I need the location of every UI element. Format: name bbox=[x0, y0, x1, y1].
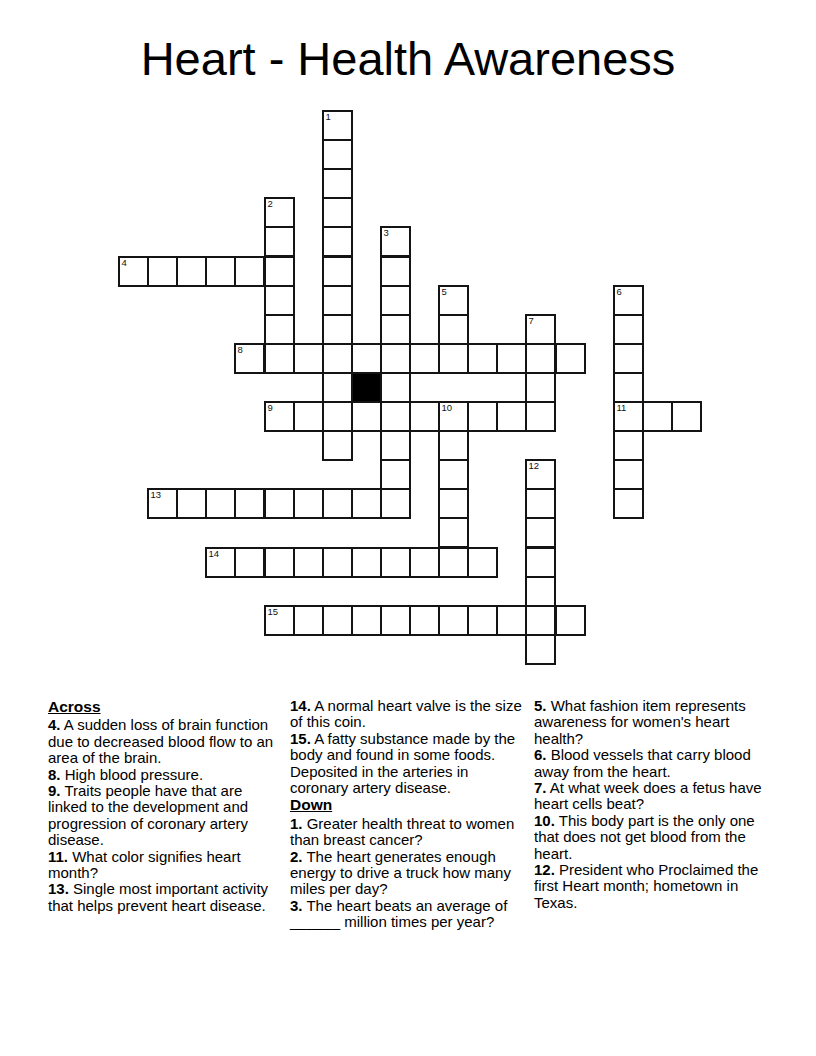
cell-number-11: 11 bbox=[617, 403, 627, 413]
clue-7-down: 7. At what week does a fetus have heart … bbox=[534, 780, 774, 813]
clue-number: 3. bbox=[290, 897, 303, 914]
clue-number: 13. bbox=[48, 880, 69, 897]
grid-cell[interactable] bbox=[322, 343, 353, 374]
grid-cell[interactable] bbox=[234, 547, 265, 578]
grid-cell[interactable] bbox=[380, 314, 411, 345]
cell-number-9: 9 bbox=[268, 403, 273, 413]
clue-text: This body part is the only one that does… bbox=[534, 812, 755, 862]
crossword-worksheet: Heart - Health Awareness 123456789101112… bbox=[0, 0, 816, 1056]
cell-number-6: 6 bbox=[617, 287, 622, 297]
grid-cell[interactable] bbox=[205, 488, 236, 519]
grid-cell[interactable] bbox=[438, 488, 469, 519]
clue-text: At what week does a fetus have heart cel… bbox=[534, 779, 762, 812]
grid-cell[interactable] bbox=[467, 401, 498, 432]
grid-cell[interactable] bbox=[380, 488, 411, 519]
cell-number-5: 5 bbox=[442, 287, 447, 297]
grid-cell[interactable] bbox=[380, 372, 411, 403]
cell-number-10: 10 bbox=[442, 403, 453, 413]
clue-9-across: 9. Traits people have that are linked to… bbox=[48, 783, 284, 849]
clue-number: 11. bbox=[48, 848, 68, 865]
clue-1-down: 1. Greater health threat to women than b… bbox=[290, 816, 524, 849]
grid-cell[interactable] bbox=[642, 401, 673, 432]
grid-cell[interactable] bbox=[380, 256, 411, 287]
clue-6-down: 6. Blood vessels that carry blood away f… bbox=[534, 747, 774, 780]
grid-cell[interactable] bbox=[525, 634, 556, 665]
clue-column-3: 5. What fashion item represents awarenes… bbox=[534, 698, 774, 911]
grid-cell[interactable] bbox=[322, 488, 353, 519]
cell-number-14: 14 bbox=[209, 549, 220, 559]
grid-cell[interactable] bbox=[525, 547, 556, 578]
grid-cell[interactable] bbox=[322, 256, 353, 287]
grid-cell[interactable] bbox=[380, 401, 411, 432]
cell-number-2: 2 bbox=[268, 199, 273, 209]
grid-cell[interactable] bbox=[438, 430, 469, 461]
grid-cell[interactable] bbox=[322, 547, 353, 578]
clue-number: 14. bbox=[290, 697, 311, 714]
grid-cell[interactable] bbox=[234, 256, 265, 287]
clue-column-1: Across4. A sudden loss of brain function… bbox=[48, 698, 284, 914]
grid-cell[interactable] bbox=[264, 488, 295, 519]
grid-cell[interactable] bbox=[613, 430, 644, 461]
grid-cell[interactable] bbox=[264, 314, 295, 345]
grid-cell[interactable] bbox=[380, 343, 411, 374]
grid-cell[interactable]: 6 bbox=[613, 285, 644, 316]
grid-cell[interactable] bbox=[555, 343, 586, 374]
clue-number: 1. bbox=[290, 815, 303, 832]
puzzle-title: Heart - Health Awareness bbox=[0, 34, 816, 83]
clue-8-across: 8. High blood pressure. bbox=[48, 767, 284, 783]
grid-cell[interactable] bbox=[525, 488, 556, 519]
grid-cell[interactable] bbox=[147, 256, 178, 287]
grid-cell[interactable] bbox=[613, 343, 644, 374]
cell-number-4: 4 bbox=[122, 258, 127, 268]
cell-number-8: 8 bbox=[238, 345, 243, 355]
clue-3-down: 3. The heart beats an average of ______ … bbox=[290, 898, 524, 931]
grid-cell[interactable] bbox=[613, 314, 644, 345]
grid-cell[interactable]: 7 bbox=[525, 314, 556, 345]
grid-cell[interactable] bbox=[176, 256, 207, 287]
clue-number: 9. bbox=[48, 782, 61, 799]
clue-text: Blood vessels that carry blood away from… bbox=[534, 746, 751, 779]
across-header: Across bbox=[48, 699, 284, 715]
grid-cell[interactable] bbox=[467, 343, 498, 374]
cell-number-3: 3 bbox=[384, 228, 389, 238]
grid-cell[interactable] bbox=[176, 488, 207, 519]
down-header-label: Down bbox=[290, 796, 332, 813]
grid-cell[interactable] bbox=[322, 197, 353, 228]
clue-2-down: 2. The heart generates enough energy to … bbox=[290, 849, 524, 898]
grid-cell[interactable] bbox=[264, 226, 295, 257]
grid-cell[interactable] bbox=[351, 343, 382, 374]
grid-cell[interactable] bbox=[293, 547, 324, 578]
clue-text: A fatty substance made by the body and f… bbox=[290, 730, 515, 796]
grid-cell[interactable] bbox=[380, 605, 411, 636]
grid-cell[interactable] bbox=[351, 488, 382, 519]
clue-12-down: 12. President who Proclaimed the first H… bbox=[534, 862, 774, 911]
grid-cell[interactable]: 3 bbox=[380, 226, 411, 257]
blocked-cell bbox=[351, 372, 382, 403]
grid-cell[interactable] bbox=[380, 285, 411, 316]
grid-cell[interactable] bbox=[351, 547, 382, 578]
grid-cell[interactable]: 12 bbox=[525, 459, 556, 490]
clue-number: 7. bbox=[534, 779, 547, 796]
grid-cell[interactable] bbox=[322, 372, 353, 403]
grid-cell[interactable] bbox=[380, 430, 411, 461]
grid-cell[interactable] bbox=[322, 168, 353, 199]
grid-cell[interactable] bbox=[438, 605, 469, 636]
cell-number-7: 7 bbox=[529, 316, 534, 326]
grid-cell[interactable] bbox=[496, 343, 527, 374]
grid-cell[interactable] bbox=[293, 488, 324, 519]
grid-cell[interactable] bbox=[613, 459, 644, 490]
clue-text: Single most important activity that help… bbox=[48, 880, 268, 913]
clue-text: Greater health threat to women than brea… bbox=[290, 815, 514, 848]
grid-cell[interactable] bbox=[613, 372, 644, 403]
clue-number: 8. bbox=[48, 766, 61, 783]
clue-11-across: 11. What color signifies heart month? bbox=[48, 849, 284, 882]
grid-cell[interactable]: 15 bbox=[264, 605, 295, 636]
grid-cell[interactable] bbox=[380, 459, 411, 490]
grid-cell[interactable] bbox=[205, 256, 236, 287]
grid-cell[interactable] bbox=[438, 517, 469, 548]
grid-cell[interactable] bbox=[525, 576, 556, 607]
grid-cell[interactable] bbox=[380, 547, 411, 578]
grid-cell[interactable]: 1 bbox=[322, 110, 353, 141]
grid-cell[interactable] bbox=[322, 226, 353, 257]
grid-cell[interactable] bbox=[293, 401, 324, 432]
grid-cell[interactable] bbox=[438, 547, 469, 578]
grid-cell[interactable] bbox=[293, 605, 324, 636]
grid-cell[interactable] bbox=[438, 343, 469, 374]
clue-text: A sudden loss of brain function due to d… bbox=[48, 716, 273, 766]
grid-cell[interactable] bbox=[525, 401, 556, 432]
grid-cell[interactable] bbox=[234, 488, 265, 519]
clue-15-across: 15. A fatty substance made by the body a… bbox=[290, 731, 524, 797]
clue-text: What color signifies heart month? bbox=[48, 848, 241, 881]
grid-cell[interactable] bbox=[525, 517, 556, 548]
grid-cell[interactable]: 14 bbox=[205, 547, 236, 578]
grid-cell[interactable] bbox=[322, 605, 353, 636]
grid-cell[interactable] bbox=[264, 256, 295, 287]
grid-cell[interactable] bbox=[409, 605, 440, 636]
clue-number: 6. bbox=[534, 746, 547, 763]
clue-14-across: 14. A normal heart valve is the size of … bbox=[290, 698, 524, 731]
grid-cell[interactable] bbox=[467, 547, 498, 578]
clue-text: High blood pressure. bbox=[61, 766, 204, 783]
grid-cell[interactable] bbox=[496, 401, 527, 432]
clue-number: 12. bbox=[534, 861, 555, 878]
clue-text: A normal heart valve is the size of this… bbox=[290, 697, 522, 730]
grid-cell[interactable] bbox=[467, 605, 498, 636]
grid-cell[interactable]: 13 bbox=[147, 488, 178, 519]
grid-cell[interactable] bbox=[438, 459, 469, 490]
clue-number: 4. bbox=[48, 716, 61, 733]
grid-cell[interactable]: 4 bbox=[118, 256, 149, 287]
grid-cell[interactable] bbox=[322, 430, 353, 461]
grid-cell[interactable] bbox=[525, 343, 556, 374]
grid-cell[interactable] bbox=[409, 547, 440, 578]
grid-cell[interactable]: 9 bbox=[264, 401, 295, 432]
clue-number: 15. bbox=[290, 730, 311, 747]
clue-text: What fashion item represents awareness f… bbox=[534, 697, 746, 747]
grid-cell[interactable] bbox=[351, 605, 382, 636]
across-header-label: Across bbox=[48, 698, 101, 715]
clue-text: Traits people have that are linked to th… bbox=[48, 782, 248, 848]
grid-cell[interactable] bbox=[322, 314, 353, 345]
grid-cell[interactable] bbox=[293, 343, 324, 374]
grid-cell[interactable] bbox=[496, 605, 527, 636]
clue-10-down: 10. This body part is the only one that … bbox=[534, 813, 774, 862]
clue-column-2: 14. A normal heart valve is the size of … bbox=[290, 698, 524, 931]
grid-cell[interactable] bbox=[525, 372, 556, 403]
grid-cell[interactable] bbox=[613, 488, 644, 519]
clue-13-across: 13. Single most important activity that … bbox=[48, 881, 284, 914]
grid-cell[interactable] bbox=[351, 401, 382, 432]
clue-4-across: 4. A sudden loss of brain function due t… bbox=[48, 717, 284, 766]
clue-number: 10. bbox=[534, 812, 555, 829]
down-header: Down bbox=[290, 797, 524, 813]
clue-number: 2. bbox=[290, 848, 303, 865]
grid-cell[interactable] bbox=[555, 605, 586, 636]
grid-cell[interactable]: 5 bbox=[438, 285, 469, 316]
grid-cell[interactable]: 8 bbox=[234, 343, 265, 374]
grid-cell[interactable] bbox=[322, 285, 353, 316]
grid-cell[interactable] bbox=[322, 401, 353, 432]
grid-cell[interactable] bbox=[264, 285, 295, 316]
grid-cell[interactable] bbox=[264, 343, 295, 374]
grid-cell[interactable] bbox=[264, 547, 295, 578]
clue-text: The heart beats an average of ______ mil… bbox=[290, 897, 507, 930]
clue-text: President who Proclaimed the first Heart… bbox=[534, 861, 758, 911]
grid-cell[interactable] bbox=[438, 314, 469, 345]
grid-cell[interactable]: 2 bbox=[264, 197, 295, 228]
grid-cell[interactable] bbox=[322, 139, 353, 170]
grid-cell[interactable]: 11 bbox=[613, 401, 644, 432]
grid-cell[interactable] bbox=[525, 605, 556, 636]
grid-cell[interactable] bbox=[409, 401, 440, 432]
grid-cell[interactable] bbox=[409, 343, 440, 374]
cell-number-1: 1 bbox=[326, 112, 331, 122]
clue-5-down: 5. What fashion item represents awarenes… bbox=[534, 698, 774, 747]
cell-number-15: 15 bbox=[268, 607, 279, 617]
grid-cell[interactable]: 10 bbox=[438, 401, 469, 432]
clue-number: 5. bbox=[534, 697, 547, 714]
cell-number-12: 12 bbox=[529, 461, 540, 471]
clue-text: The heart generates enough energy to dri… bbox=[290, 848, 511, 898]
cell-number-13: 13 bbox=[151, 490, 162, 500]
grid-cell[interactable] bbox=[671, 401, 702, 432]
